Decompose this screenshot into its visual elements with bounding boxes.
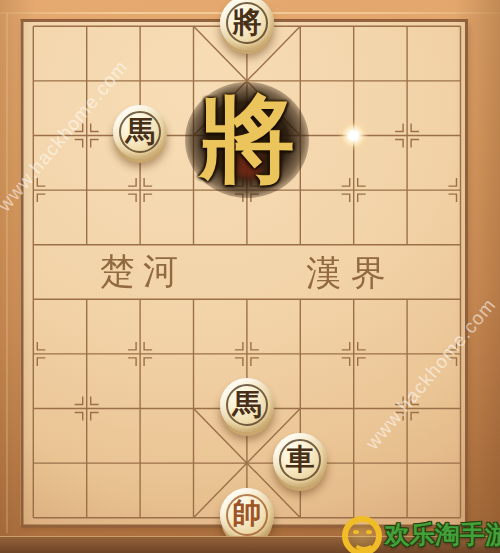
- piece-black-chariot[interactable]: 車: [273, 433, 327, 487]
- piece-black-general[interactable]: 將: [220, 0, 274, 50]
- xiangqi-game-screen: 楚河 漢界 將馬馬車帥 將 www.hackhome.com www.hackh…: [0, 0, 500, 553]
- app-logo: 欢乐淘手游: [342, 514, 500, 553]
- smiley-icon: [342, 516, 382, 553]
- sparkle-effect: [338, 120, 369, 151]
- piece-ring: [279, 439, 321, 481]
- piece-ring: [119, 111, 161, 153]
- app-logo-text: 欢乐淘手游: [385, 514, 500, 553]
- piece-ring: [226, 384, 268, 426]
- check-announcement: 將: [185, 82, 309, 198]
- piece-ring: [226, 2, 268, 44]
- piece-red-general[interactable]: 帥: [220, 488, 274, 542]
- piece-black-horse-2[interactable]: 馬: [220, 378, 274, 432]
- piece-ring: [226, 494, 268, 536]
- check-glyph: 將: [199, 85, 295, 195]
- piece-black-horse-1[interactable]: 馬: [113, 105, 167, 159]
